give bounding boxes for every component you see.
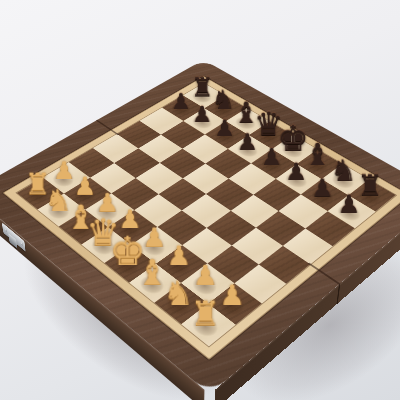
square-f6[interactable] bbox=[253, 179, 300, 211]
white-pawn-glyph: ♟ bbox=[193, 261, 218, 289]
board-scene: ♜♞♝♛♚♝♞♜♟♟♟♟♟♟♟♟♟♟♟♟♟♟♟♟♜♞♝♛♚♝♞♜ bbox=[0, 0, 400, 400]
black-pawn-glyph: ♟ bbox=[286, 159, 308, 184]
white-pawn-glyph: ♟ bbox=[53, 158, 75, 183]
black-pawn-glyph: ♟ bbox=[237, 130, 258, 154]
chess-board: ♜♞♝♛♚♝♞♜♟♟♟♟♟♟♟♟♟♟♟♟♟♟♟♟♜♞♝♛♚♝♞♜ bbox=[17, 83, 396, 346]
black-pawn-glyph: ♟ bbox=[214, 116, 235, 139]
black-pawn-glyph: ♟ bbox=[171, 90, 191, 112]
latch-knob bbox=[8, 233, 17, 249]
metal-latch bbox=[2, 222, 26, 252]
fold-seam-side bbox=[336, 283, 340, 304]
latch-screw bbox=[20, 241, 23, 246]
black-pawn-glyph: ♟ bbox=[338, 191, 361, 217]
chess-board-box: ♜♞♝♛♚♝♞♜♟♟♟♟♟♟♟♟♟♟♟♟♟♟♟♟♜♞♝♛♚♝♞♜ bbox=[0, 60, 400, 395]
black-pawn-glyph: ♟ bbox=[192, 103, 212, 126]
square-d4[interactable] bbox=[159, 178, 206, 210]
black-rook-glyph: ♜ bbox=[191, 75, 214, 101]
white-rook-glyph: ♜ bbox=[191, 298, 221, 332]
board-inlay: ♜♞♝♛♚♝♞♜♟♟♟♟♟♟♟♟♟♟♟♟♟♟♟♟♜♞♝♛♚♝♞♜ bbox=[3, 76, 400, 360]
black-knight-glyph: ♞ bbox=[330, 156, 356, 186]
square-h7[interactable]: ♟ bbox=[327, 195, 375, 228]
black-pawn-glyph: ♟ bbox=[311, 175, 333, 200]
square-h6[interactable] bbox=[305, 211, 354, 246]
black-pawn-glyph: ♟ bbox=[261, 145, 283, 169]
photo-background: ♜♞♝♛♚♝♞♜♟♟♟♟♟♟♟♟♟♟♟♟♟♟♟♟♜♞♝♛♚♝♞♜ bbox=[0, 0, 400, 400]
white-pawn-glyph: ♟ bbox=[142, 224, 166, 251]
square-h1[interactable]: ♜ bbox=[181, 303, 236, 346]
latch-screw bbox=[4, 227, 7, 232]
black-rook-glyph: ♜ bbox=[357, 172, 383, 201]
